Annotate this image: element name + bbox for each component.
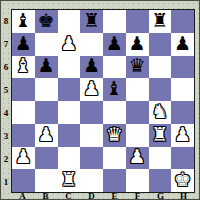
square-b3[interactable]: ♟ <box>35 124 58 147</box>
file-label-G: G <box>149 192 172 200</box>
black-bishop-a8[interactable]: ♝ <box>15 11 32 30</box>
square-d7[interactable] <box>80 33 103 56</box>
black-pawn-a7[interactable]: ♟ <box>15 34 32 53</box>
square-d4[interactable] <box>80 101 103 124</box>
square-e6[interactable] <box>103 56 126 79</box>
white-knight-g4[interactable]: ♞ <box>151 102 168 121</box>
rank-label-6: 6 <box>1 55 11 78</box>
square-b8[interactable]: ♚ <box>35 10 58 33</box>
square-a6[interactable]: ♝ <box>12 56 35 79</box>
square-e8[interactable] <box>103 10 126 33</box>
rank-label-2: 2 <box>1 147 11 170</box>
square-g3[interactable]: ♜ <box>149 124 172 147</box>
square-a7[interactable]: ♟ <box>12 33 35 56</box>
white-queen-e3[interactable]: ♛ <box>106 125 123 144</box>
square-d1[interactable] <box>80 169 103 192</box>
square-a5[interactable] <box>12 78 35 101</box>
square-d8[interactable]: ♜ <box>80 10 103 33</box>
square-g1[interactable] <box>149 169 172 192</box>
square-c8[interactable] <box>58 10 81 33</box>
white-pawn-c7[interactable]: ♟ <box>60 34 77 53</box>
square-g2[interactable] <box>149 147 172 170</box>
square-g7[interactable] <box>149 33 172 56</box>
rank-label-8: 8 <box>1 9 11 32</box>
square-f4[interactable] <box>126 101 149 124</box>
square-b5[interactable] <box>35 78 58 101</box>
square-e3[interactable]: ♛ <box>103 124 126 147</box>
square-f3[interactable] <box>126 124 149 147</box>
square-f6[interactable]: ♛ <box>126 56 149 79</box>
square-g5[interactable] <box>149 78 172 101</box>
square-c1[interactable]: ♜ <box>58 169 81 192</box>
square-d2[interactable] <box>80 147 103 170</box>
white-rook-c1[interactable]: ♜ <box>60 170 77 189</box>
white-pawn-f2[interactable]: ♟ <box>129 147 146 166</box>
white-pawn-h3[interactable]: ♟ <box>174 125 191 144</box>
square-f2[interactable]: ♟ <box>126 147 149 170</box>
square-f5[interactable] <box>126 78 149 101</box>
square-h7[interactable]: ♟ <box>171 33 194 56</box>
rank-label-7: 7 <box>1 32 11 55</box>
square-h2[interactable] <box>171 147 194 170</box>
file-label-C: C <box>57 192 80 200</box>
black-pawn-d6[interactable]: ♟ <box>83 56 100 75</box>
square-c7[interactable]: ♟ <box>58 33 81 56</box>
square-c5[interactable] <box>58 78 81 101</box>
square-a8[interactable]: ♝ <box>12 10 35 33</box>
black-pawn-e7[interactable]: ♟ <box>106 34 123 53</box>
square-e2[interactable] <box>103 147 126 170</box>
white-pawn-a2[interactable]: ♟ <box>15 147 32 166</box>
black-rook-g8[interactable]: ♜ <box>151 11 168 30</box>
square-e4[interactable] <box>103 101 126 124</box>
square-g4[interactable]: ♞ <box>149 101 172 124</box>
white-pawn-d5[interactable]: ♟ <box>83 79 100 98</box>
square-f7[interactable]: ♟ <box>126 33 149 56</box>
file-label-A: A <box>11 192 34 200</box>
black-pawn-b6[interactable]: ♟ <box>38 56 55 75</box>
square-d6[interactable]: ♟ <box>80 56 103 79</box>
chess-board-frame: 87654321 ♝♚♜♜♟♟♟♟♟♝♟♟♛♟♝♞♟♛♜♟♟♟♜♚ ABCDEF… <box>0 0 200 200</box>
square-b2[interactable] <box>35 147 58 170</box>
square-d3[interactable] <box>80 124 103 147</box>
square-c3[interactable] <box>58 124 81 147</box>
black-king-b8[interactable]: ♚ <box>38 11 55 30</box>
square-e5[interactable]: ♝ <box>103 78 126 101</box>
square-a1[interactable] <box>12 169 35 192</box>
square-h5[interactable] <box>171 78 194 101</box>
square-b7[interactable] <box>35 33 58 56</box>
black-pawn-h7[interactable]: ♟ <box>174 34 191 53</box>
square-d5[interactable]: ♟ <box>80 78 103 101</box>
file-label-D: D <box>80 192 103 200</box>
square-g6[interactable] <box>149 56 172 79</box>
square-a4[interactable] <box>12 101 35 124</box>
square-c2[interactable] <box>58 147 81 170</box>
square-b1[interactable] <box>35 169 58 192</box>
square-a2[interactable]: ♟ <box>12 147 35 170</box>
chess-board: ♝♚♜♜♟♟♟♟♟♝♟♟♛♟♝♞♟♛♜♟♟♟♜♚ <box>11 9 195 193</box>
rank-label-1: 1 <box>1 170 11 193</box>
black-bishop-e5[interactable]: ♝ <box>106 79 123 98</box>
square-h6[interactable] <box>171 56 194 79</box>
square-b4[interactable] <box>35 101 58 124</box>
white-pawn-b3[interactable]: ♟ <box>38 125 55 144</box>
rank-label-5: 5 <box>1 78 11 101</box>
black-rook-d8[interactable]: ♜ <box>83 11 100 30</box>
file-label-H: H <box>172 192 195 200</box>
square-h3[interactable]: ♟ <box>171 124 194 147</box>
square-h4[interactable] <box>171 101 194 124</box>
square-c4[interactable] <box>58 101 81 124</box>
rank-label-3: 3 <box>1 124 11 147</box>
square-h1[interactable]: ♚ <box>171 169 194 192</box>
white-rook-g3[interactable]: ♜ <box>151 125 168 144</box>
square-c6[interactable] <box>58 56 81 79</box>
black-pawn-f7[interactable]: ♟ <box>129 34 146 53</box>
rank-label-4: 4 <box>1 101 11 124</box>
white-king-h1[interactable]: ♚ <box>174 170 191 189</box>
black-queen-f6[interactable]: ♛ <box>129 56 146 75</box>
file-labels-row: ABCDEFGH <box>11 192 195 200</box>
file-label-F: F <box>126 192 149 200</box>
square-e7[interactable]: ♟ <box>103 33 126 56</box>
file-label-E: E <box>103 192 126 200</box>
rank-labels-column: 87654321 <box>1 9 11 193</box>
square-f8[interactable] <box>126 10 149 33</box>
square-b6[interactable]: ♟ <box>35 56 58 79</box>
square-e1[interactable] <box>103 169 126 192</box>
white-bishop-a6[interactable]: ♝ <box>15 56 32 75</box>
file-label-B: B <box>34 192 57 200</box>
square-g8[interactable]: ♜ <box>149 10 172 33</box>
square-h8[interactable] <box>171 10 194 33</box>
square-f1[interactable] <box>126 169 149 192</box>
square-a3[interactable] <box>12 124 35 147</box>
